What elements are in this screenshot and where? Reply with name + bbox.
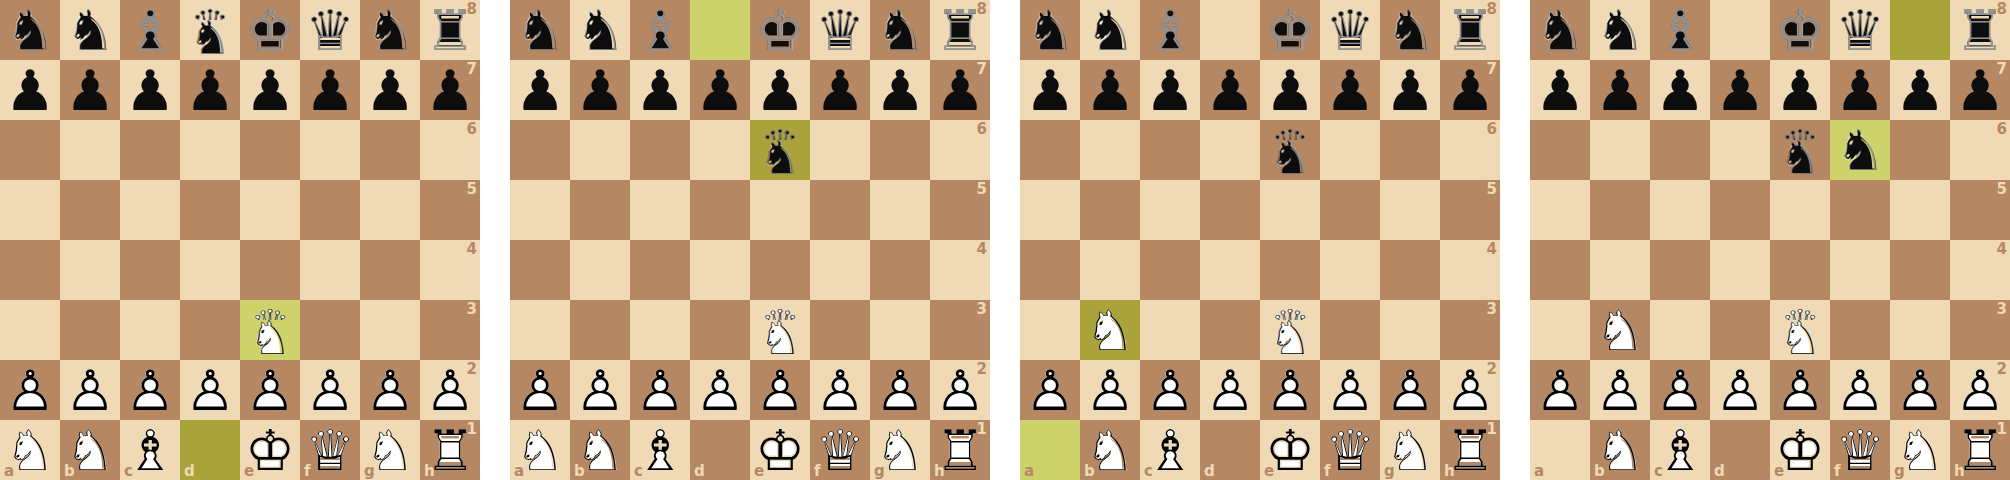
white-pawn[interactable]: ♟♙ (1890, 360, 1950, 420)
black-pawn[interactable]: ♟ (360, 60, 420, 120)
white-pawn[interactable]: ♟♙ (1080, 360, 1140, 420)
black-king[interactable]: ♚♔ (240, 0, 300, 60)
white-pawn[interactable]: ♟♙ (60, 360, 120, 420)
square-a3[interactable] (0, 300, 60, 360)
black-knight[interactable]: ♞♘ (1020, 0, 1080, 60)
square-c8[interactable]: ♝♗ (1650, 0, 1710, 60)
square-a3[interactable] (1020, 300, 1080, 360)
white-amazon[interactable]: ♞♘♛♕ (240, 300, 300, 360)
white-pawn[interactable]: ♟♙ (420, 360, 480, 420)
square-h4[interactable]: 4 (1950, 240, 2010, 300)
square-a6[interactable] (1020, 120, 1080, 180)
square-e2[interactable]: ♟♙ (750, 360, 810, 420)
square-g3[interactable] (870, 300, 930, 360)
square-d8[interactable] (1200, 0, 1260, 60)
square-f6[interactable]: ♞♘ (1830, 120, 1890, 180)
square-h1[interactable]: 1h♜♖ (420, 420, 480, 480)
square-d3[interactable] (1200, 300, 1260, 360)
white-pawn[interactable]: ♟♙ (1590, 360, 1650, 420)
black-pawn[interactable]: ♟ (1080, 60, 1140, 120)
square-c6[interactable] (120, 120, 180, 180)
square-a1[interactable]: a (1530, 420, 1590, 480)
black-pawn[interactable]: ♟ (1140, 60, 1200, 120)
square-h3[interactable]: 3 (930, 300, 990, 360)
square-g5[interactable] (360, 180, 420, 240)
square-a1[interactable]: a♞♘ (0, 420, 60, 480)
square-b6[interactable] (60, 120, 120, 180)
square-e1[interactable]: e♚♔ (1260, 420, 1320, 480)
square-g8[interactable] (1890, 0, 1950, 60)
square-d7[interactable]: ♟ (180, 60, 240, 120)
white-king[interactable]: ♚♔ (1260, 420, 1320, 480)
square-d2[interactable]: ♟♙ (690, 360, 750, 420)
square-c5[interactable] (1650, 180, 1710, 240)
square-b4[interactable] (60, 240, 120, 300)
square-b6[interactable] (1080, 120, 1140, 180)
black-pawn[interactable]: ♟ (1380, 60, 1440, 120)
square-b5[interactable] (1080, 180, 1140, 240)
black-pawn[interactable]: ♟ (870, 60, 930, 120)
square-f6[interactable] (810, 120, 870, 180)
square-d1[interactable]: d (1200, 420, 1260, 480)
white-bishop[interactable]: ♝♗ (1140, 420, 1200, 480)
black-pawn[interactable]: ♟ (1830, 60, 1890, 120)
black-pawn[interactable]: ♟ (1260, 60, 1320, 120)
black-king[interactable]: ♚♔ (1770, 0, 1830, 60)
square-e1[interactable]: e♚♔ (240, 420, 300, 480)
white-pawn[interactable]: ♟♙ (1710, 360, 1770, 420)
square-e4[interactable] (240, 240, 300, 300)
white-pawn[interactable]: ♟♙ (1650, 360, 1710, 420)
square-h5[interactable]: 5 (1950, 180, 2010, 240)
square-a4[interactable] (0, 240, 60, 300)
square-a6[interactable] (0, 120, 60, 180)
square-g6[interactable] (360, 120, 420, 180)
black-queen[interactable]: ♛♕ (810, 0, 870, 60)
white-knight[interactable]: ♞♘ (1590, 420, 1650, 480)
square-d6[interactable] (1710, 120, 1770, 180)
square-a6[interactable] (1530, 120, 1590, 180)
square-e5[interactable] (240, 180, 300, 240)
white-rook[interactable]: ♜♖ (930, 420, 990, 480)
square-e3[interactable]: ♞♘♛♕ (240, 300, 300, 360)
white-knight[interactable]: ♞♘ (1080, 300, 1140, 360)
white-pawn[interactable]: ♟♙ (360, 360, 420, 420)
square-h3[interactable]: 3 (1440, 300, 1500, 360)
black-pawn[interactable]: ♟ (1020, 60, 1080, 120)
square-c4[interactable] (630, 240, 690, 300)
square-f2[interactable]: ♟♙ (1320, 360, 1380, 420)
square-h8[interactable]: 8♜♖ (1440, 0, 1500, 60)
square-c5[interactable] (120, 180, 180, 240)
black-knight[interactable]: ♞♘ (1530, 0, 1590, 60)
square-d1[interactable]: d (1710, 420, 1770, 480)
square-b7[interactable]: ♟ (60, 60, 120, 120)
black-pawn[interactable]: ♟ (420, 60, 480, 120)
black-pawn[interactable]: ♟ (1770, 60, 1830, 120)
square-a1[interactable]: a♞♘ (510, 420, 570, 480)
square-d6[interactable] (180, 120, 240, 180)
square-b8[interactable]: ♞♘ (1590, 0, 1650, 60)
square-h6[interactable]: 6 (1950, 120, 2010, 180)
square-d3[interactable] (1710, 300, 1770, 360)
square-b3[interactable] (570, 300, 630, 360)
square-e4[interactable] (1770, 240, 1830, 300)
square-a7[interactable]: ♟ (1530, 60, 1590, 120)
black-amazon[interactable]: ♞♘♛♕ (1260, 120, 1320, 180)
square-d4[interactable] (180, 240, 240, 300)
square-f6[interactable] (300, 120, 360, 180)
square-e5[interactable] (1770, 180, 1830, 240)
white-pawn[interactable]: ♟♙ (1200, 360, 1260, 420)
black-pawn[interactable]: ♟ (1320, 60, 1380, 120)
square-d6[interactable] (690, 120, 750, 180)
black-knight[interactable]: ♞♘ (360, 0, 420, 60)
square-c3[interactable] (1650, 300, 1710, 360)
black-amazon[interactable]: ♞♘♛♕ (180, 0, 240, 60)
square-f4[interactable] (1320, 240, 1380, 300)
square-d7[interactable]: ♟ (690, 60, 750, 120)
square-a1[interactable]: a (1020, 420, 1080, 480)
black-queen[interactable]: ♛♕ (300, 0, 360, 60)
square-e6[interactable]: ♞♘♛♕ (1260, 120, 1320, 180)
square-d5[interactable] (1200, 180, 1260, 240)
square-c1[interactable]: c♝♗ (630, 420, 690, 480)
white-pawn[interactable]: ♟♙ (240, 360, 300, 420)
square-d3[interactable] (180, 300, 240, 360)
square-h7[interactable]: 7♟ (420, 60, 480, 120)
square-g3[interactable] (1890, 300, 1950, 360)
square-f8[interactable]: ♛♕ (300, 0, 360, 60)
square-a5[interactable] (0, 180, 60, 240)
square-f7[interactable]: ♟ (300, 60, 360, 120)
black-knight[interactable]: ♞♘ (570, 0, 630, 60)
square-e3[interactable]: ♞♘♛♕ (1260, 300, 1320, 360)
white-pawn[interactable]: ♟♙ (300, 360, 360, 420)
square-a2[interactable]: ♟♙ (0, 360, 60, 420)
black-knight[interactable]: ♞♘ (1380, 0, 1440, 60)
square-g1[interactable]: g♞♘ (1890, 420, 1950, 480)
square-a3[interactable] (1530, 300, 1590, 360)
square-f8[interactable]: ♛♕ (810, 0, 870, 60)
square-c8[interactable]: ♝♗ (630, 0, 690, 60)
white-pawn[interactable]: ♟♙ (1830, 360, 1890, 420)
square-g3[interactable] (1380, 300, 1440, 360)
black-pawn[interactable]: ♟ (60, 60, 120, 120)
square-b8[interactable]: ♞♘ (60, 0, 120, 60)
square-h7[interactable]: 7♟ (1950, 60, 2010, 120)
black-bishop[interactable]: ♝♗ (630, 0, 690, 60)
square-a7[interactable]: ♟ (510, 60, 570, 120)
square-f3[interactable] (810, 300, 870, 360)
white-pawn[interactable]: ♟♙ (630, 360, 690, 420)
square-f8[interactable]: ♛♕ (1830, 0, 1890, 60)
square-a2[interactable]: ♟♙ (1530, 360, 1590, 420)
square-c6[interactable] (1650, 120, 1710, 180)
square-h4[interactable]: 4 (1440, 240, 1500, 300)
square-a7[interactable]: ♟ (0, 60, 60, 120)
square-b5[interactable] (570, 180, 630, 240)
white-knight[interactable]: ♞♘ (510, 420, 570, 480)
black-pawn[interactable]: ♟ (510, 60, 570, 120)
square-c1[interactable]: c♝♗ (1650, 420, 1710, 480)
square-g2[interactable]: ♟♙ (870, 360, 930, 420)
black-pawn[interactable]: ♟ (300, 60, 360, 120)
square-a8[interactable]: ♞♘ (0, 0, 60, 60)
square-h2[interactable]: 2♟♙ (930, 360, 990, 420)
square-b2[interactable]: ♟♙ (1590, 360, 1650, 420)
square-e8[interactable]: ♚♔ (1770, 0, 1830, 60)
black-pawn[interactable]: ♟ (1650, 60, 1710, 120)
white-pawn[interactable]: ♟♙ (510, 360, 570, 420)
square-h5[interactable]: 5 (1440, 180, 1500, 240)
square-d8[interactable] (690, 0, 750, 60)
white-bishop[interactable]: ♝♗ (120, 420, 180, 480)
square-f7[interactable]: ♟ (1830, 60, 1890, 120)
square-b2[interactable]: ♟♙ (1080, 360, 1140, 420)
square-c2[interactable]: ♟♙ (120, 360, 180, 420)
square-c6[interactable] (1140, 120, 1200, 180)
square-g1[interactable]: g♞♘ (360, 420, 420, 480)
square-e7[interactable]: ♟ (240, 60, 300, 120)
square-g1[interactable]: g♞♘ (1380, 420, 1440, 480)
square-a3[interactable] (510, 300, 570, 360)
square-h6[interactable]: 6 (930, 120, 990, 180)
square-d2[interactable]: ♟♙ (1200, 360, 1260, 420)
square-g7[interactable]: ♟ (870, 60, 930, 120)
square-d8[interactable]: ♞♘♛♕ (180, 0, 240, 60)
square-g6[interactable] (870, 120, 930, 180)
black-pawn[interactable]: ♟ (1440, 60, 1500, 120)
square-e8[interactable]: ♚♔ (750, 0, 810, 60)
white-pawn[interactable]: ♟♙ (0, 360, 60, 420)
square-g4[interactable] (360, 240, 420, 300)
white-pawn[interactable]: ♟♙ (1140, 360, 1200, 420)
white-rook[interactable]: ♜♖ (420, 420, 480, 480)
square-c6[interactable] (630, 120, 690, 180)
square-h3[interactable]: 3 (420, 300, 480, 360)
square-b3[interactable] (60, 300, 120, 360)
square-a8[interactable]: ♞♘ (510, 0, 570, 60)
square-c4[interactable] (1140, 240, 1200, 300)
black-pawn[interactable]: ♟ (930, 60, 990, 120)
black-knight[interactable]: ♞♘ (60, 0, 120, 60)
black-pawn[interactable]: ♟ (630, 60, 690, 120)
black-amazon[interactable]: ♞♘♛♕ (1770, 120, 1830, 180)
square-e5[interactable] (750, 180, 810, 240)
square-e1[interactable]: e♚♔ (1770, 420, 1830, 480)
square-d1[interactable]: d (690, 420, 750, 480)
square-g5[interactable] (1890, 180, 1950, 240)
black-pawn[interactable]: ♟ (690, 60, 750, 120)
black-rook[interactable]: ♜♖ (1950, 0, 2010, 60)
square-f1[interactable]: f♛♕ (810, 420, 870, 480)
square-h8[interactable]: 8♜♖ (930, 0, 990, 60)
black-bishop[interactable]: ♝♗ (1650, 0, 1710, 60)
square-a4[interactable] (1020, 240, 1080, 300)
square-g8[interactable]: ♞♘ (1380, 0, 1440, 60)
square-d5[interactable] (1710, 180, 1770, 240)
black-amazon[interactable]: ♞♘♛♕ (750, 120, 810, 180)
square-h6[interactable]: 6 (420, 120, 480, 180)
white-knight[interactable]: ♞♘ (570, 420, 630, 480)
square-f3[interactable] (1830, 300, 1890, 360)
square-c2[interactable]: ♟♙ (1140, 360, 1200, 420)
square-f3[interactable] (300, 300, 360, 360)
square-c3[interactable] (120, 300, 180, 360)
square-f4[interactable] (300, 240, 360, 300)
square-g7[interactable]: ♟ (360, 60, 420, 120)
black-pawn[interactable]: ♟ (1200, 60, 1260, 120)
square-g2[interactable]: ♟♙ (1890, 360, 1950, 420)
square-f3[interactable] (1320, 300, 1380, 360)
white-knight[interactable]: ♞♘ (870, 420, 930, 480)
square-b1[interactable]: b♞♘ (1590, 420, 1650, 480)
square-c5[interactable] (1140, 180, 1200, 240)
square-f6[interactable] (1320, 120, 1380, 180)
square-e7[interactable]: ♟ (750, 60, 810, 120)
square-g5[interactable] (870, 180, 930, 240)
white-rook[interactable]: ♜♖ (1440, 420, 1500, 480)
square-d6[interactable] (1200, 120, 1260, 180)
square-d4[interactable] (1200, 240, 1260, 300)
square-f1[interactable]: f♛♕ (1830, 420, 1890, 480)
square-e7[interactable]: ♟ (1260, 60, 1320, 120)
square-e4[interactable] (750, 240, 810, 300)
square-g2[interactable]: ♟♙ (360, 360, 420, 420)
square-g8[interactable]: ♞♘ (870, 0, 930, 60)
square-b5[interactable] (60, 180, 120, 240)
white-pawn[interactable]: ♟♙ (570, 360, 630, 420)
black-knight[interactable]: ♞♘ (1590, 0, 1650, 60)
square-e3[interactable]: ♞♘♛♕ (750, 300, 810, 360)
square-c3[interactable] (1140, 300, 1200, 360)
square-e6[interactable]: ♞♘♛♕ (750, 120, 810, 180)
square-c1[interactable]: c♝♗ (1140, 420, 1200, 480)
square-g6[interactable] (1380, 120, 1440, 180)
square-c7[interactable]: ♟ (120, 60, 180, 120)
square-e8[interactable]: ♚♔ (1260, 0, 1320, 60)
square-f5[interactable] (1320, 180, 1380, 240)
white-pawn[interactable]: ♟♙ (1530, 360, 1590, 420)
black-pawn[interactable]: ♟ (750, 60, 810, 120)
square-b1[interactable]: b♞♘ (60, 420, 120, 480)
square-h2[interactable]: 2♟♙ (1950, 360, 2010, 420)
white-king[interactable]: ♚♔ (240, 420, 300, 480)
white-amazon[interactable]: ♞♘♛♕ (1770, 300, 1830, 360)
square-e2[interactable]: ♟♙ (1770, 360, 1830, 420)
square-e6[interactable]: ♞♘♛♕ (1770, 120, 1830, 180)
white-bishop[interactable]: ♝♗ (630, 420, 690, 480)
white-pawn[interactable]: ♟♙ (750, 360, 810, 420)
black-knight[interactable]: ♞♘ (870, 0, 930, 60)
white-pawn[interactable]: ♟♙ (1260, 360, 1320, 420)
square-g4[interactable] (1380, 240, 1440, 300)
black-pawn[interactable]: ♟ (1890, 60, 1950, 120)
square-f2[interactable]: ♟♙ (1830, 360, 1890, 420)
square-c3[interactable] (630, 300, 690, 360)
square-d4[interactable] (690, 240, 750, 300)
white-queen[interactable]: ♛♕ (1830, 420, 1890, 480)
square-a7[interactable]: ♟ (1020, 60, 1080, 120)
white-amazon[interactable]: ♞♘♛♕ (1260, 300, 1320, 360)
square-e3[interactable]: ♞♘♛♕ (1770, 300, 1830, 360)
white-rook[interactable]: ♜♖ (1950, 420, 2010, 480)
white-knight[interactable]: ♞♘ (1380, 420, 1440, 480)
white-pawn[interactable]: ♟♙ (180, 360, 240, 420)
black-knight[interactable]: ♞♘ (510, 0, 570, 60)
white-queen[interactable]: ♛♕ (810, 420, 870, 480)
square-b2[interactable]: ♟♙ (60, 360, 120, 420)
square-b1[interactable]: b♞♘ (1080, 420, 1140, 480)
square-c5[interactable] (630, 180, 690, 240)
square-b3[interactable]: ♞♘ (1590, 300, 1650, 360)
square-g3[interactable] (360, 300, 420, 360)
square-e4[interactable] (1260, 240, 1320, 300)
square-b7[interactable]: ♟ (1590, 60, 1650, 120)
black-pawn[interactable]: ♟ (570, 60, 630, 120)
square-e5[interactable] (1260, 180, 1320, 240)
square-h7[interactable]: 7♟ (1440, 60, 1500, 120)
white-bishop[interactable]: ♝♗ (1650, 420, 1710, 480)
square-c7[interactable]: ♟ (1140, 60, 1200, 120)
square-h7[interactable]: 7♟ (930, 60, 990, 120)
square-f7[interactable]: ♟ (1320, 60, 1380, 120)
square-d1[interactable]: d (180, 420, 240, 480)
square-d5[interactable] (180, 180, 240, 240)
square-g5[interactable] (1380, 180, 1440, 240)
white-pawn[interactable]: ♟♙ (1770, 360, 1830, 420)
white-pawn[interactable]: ♟♙ (690, 360, 750, 420)
square-h4[interactable]: 4 (930, 240, 990, 300)
black-queen[interactable]: ♛♕ (1320, 0, 1380, 60)
square-f1[interactable]: f♛♕ (1320, 420, 1380, 480)
square-h1[interactable]: 1h♜♖ (1440, 420, 1500, 480)
white-knight[interactable]: ♞♘ (60, 420, 120, 480)
square-e7[interactable]: ♟ (1770, 60, 1830, 120)
square-a2[interactable]: ♟♙ (510, 360, 570, 420)
square-b2[interactable]: ♟♙ (570, 360, 630, 420)
black-king[interactable]: ♚♔ (1260, 0, 1320, 60)
square-b4[interactable] (1590, 240, 1650, 300)
square-a5[interactable] (510, 180, 570, 240)
square-d7[interactable]: ♟ (1710, 60, 1770, 120)
square-d2[interactable]: ♟♙ (1710, 360, 1770, 420)
black-rook[interactable]: ♜♖ (930, 0, 990, 60)
square-g6[interactable] (1890, 120, 1950, 180)
square-c8[interactable]: ♝♗ (120, 0, 180, 60)
square-h2[interactable]: 2♟♙ (420, 360, 480, 420)
white-pawn[interactable]: ♟♙ (1380, 360, 1440, 420)
black-pawn[interactable]: ♟ (1530, 60, 1590, 120)
square-b4[interactable] (570, 240, 630, 300)
square-d2[interactable]: ♟♙ (180, 360, 240, 420)
square-a5[interactable] (1530, 180, 1590, 240)
square-h2[interactable]: 2♟♙ (1440, 360, 1500, 420)
black-pawn[interactable]: ♟ (810, 60, 870, 120)
white-pawn[interactable]: ♟♙ (810, 360, 870, 420)
square-g7[interactable]: ♟ (1380, 60, 1440, 120)
white-amazon[interactable]: ♞♘♛♕ (750, 300, 810, 360)
square-b6[interactable] (1590, 120, 1650, 180)
square-h4[interactable]: 4 (420, 240, 480, 300)
white-pawn[interactable]: ♟♙ (1320, 360, 1380, 420)
square-h5[interactable]: 5 (930, 180, 990, 240)
square-f4[interactable] (1830, 240, 1890, 300)
square-g4[interactable] (1890, 240, 1950, 300)
white-knight[interactable]: ♞♘ (360, 420, 420, 480)
square-e2[interactable]: ♟♙ (240, 360, 300, 420)
